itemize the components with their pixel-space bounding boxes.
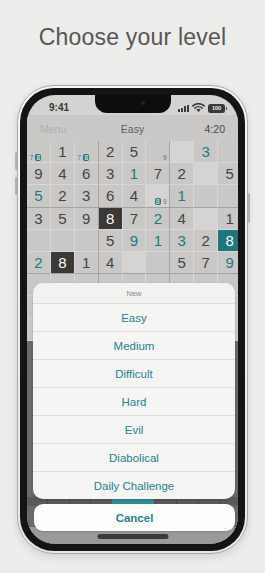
cell-r6c9[interactable]: 9 [218, 252, 238, 274]
pencil-marks: 78 [28, 142, 49, 161]
sheet-option-difficult[interactable]: Difficult [33, 360, 235, 388]
cell-r4c9[interactable]: 1 [218, 208, 238, 230]
action-sheet-options: EasyMediumDifficultHardEvilDiabolicalDai… [33, 304, 235, 499]
cell-r2c5[interactable]: 1 [123, 163, 147, 185]
cell-r1c9[interactable] [218, 141, 238, 163]
cell-r5c1[interactable] [27, 230, 51, 252]
cell-r4c1[interactable]: 3 [27, 208, 51, 230]
cell-r3c3[interactable]: 3 [75, 185, 99, 207]
notch [95, 95, 171, 113]
cell-r1c6[interactable]: 9 [146, 141, 170, 163]
cell-r4c8[interactable] [194, 208, 218, 230]
cell-r5c5[interactable]: 9 [123, 230, 147, 252]
cell-r3c7[interactable]: 1 [170, 185, 194, 207]
sheet-option-evil[interactable]: Evil [33, 416, 235, 444]
cell-r2c8[interactable] [194, 163, 218, 185]
cell-r5c6[interactable]: 1 [146, 230, 170, 252]
cell-r1c8[interactable]: 3 [194, 141, 218, 163]
cell-r1c3[interactable]: 78 [75, 141, 99, 163]
cell-r5c7[interactable]: 3 [170, 230, 194, 252]
cell-r5c9[interactable]: 8 [218, 230, 238, 252]
pencil-digit: 7 [28, 153, 35, 161]
cell-r2c7[interactable]: 2 [170, 163, 194, 185]
pencil-digit: 8 [83, 154, 89, 161]
cancel-button[interactable]: Cancel [34, 504, 235, 531]
cell-r6c1[interactable]: 2 [27, 252, 51, 274]
cell-r4c2[interactable]: 5 [51, 208, 75, 230]
cell-r4c5[interactable]: 7 [123, 208, 147, 230]
action-sheet-title: New [33, 283, 235, 304]
battery-icon: 100 [208, 104, 225, 113]
sheet-option-easy[interactable]: Easy [33, 304, 235, 332]
sheet-option-hard[interactable]: Hard [33, 388, 235, 416]
cell-r2c9[interactable]: 5 [218, 163, 238, 185]
sheet-option-medium[interactable]: Medium [33, 332, 235, 360]
wifi-icon [192, 103, 205, 113]
cell-r4c7[interactable]: 4 [170, 208, 194, 230]
cell-r3c6[interactable]: 89 [146, 185, 170, 207]
cell-r2c3[interactable]: 6 [75, 163, 99, 185]
cell-r1c5[interactable]: 5 [123, 141, 147, 163]
sheet-option-diabolical[interactable]: Diabolical [33, 444, 235, 472]
cell-r5c2[interactable] [51, 230, 75, 252]
cell-r6c6[interactable] [146, 252, 170, 274]
cell-r6c2[interactable]: 8 [51, 252, 75, 274]
pencil-marks: 78 [76, 142, 97, 161]
cell-r6c8[interactable]: 7 [194, 252, 218, 274]
cell-r6c5[interactable] [123, 252, 147, 274]
cell-r3c8[interactable] [194, 185, 218, 207]
phone-bezel: 9:41 100 Menu Easy 4:20 [20, 88, 245, 551]
pencil-marks: 89 [147, 186, 168, 205]
cellular-signal-icon [178, 104, 189, 112]
cell-r3c1[interactable]: 5 [27, 185, 51, 207]
cell-r1c2[interactable]: 1 [51, 141, 75, 163]
status-time: 9:41 [49, 102, 69, 113]
cell-r6c3[interactable]: 1 [75, 252, 99, 274]
cell-r2c6[interactable]: 7 [146, 163, 170, 185]
cell-r3c2[interactable]: 2 [51, 185, 75, 207]
cell-r3c5[interactable]: 4 [123, 185, 147, 207]
pencil-digit: 7 [76, 153, 83, 161]
cell-r5c3[interactable] [75, 230, 99, 252]
page-title: Choose your level [0, 24, 265, 51]
cell-r4c6[interactable]: 2 [146, 208, 170, 230]
pencil-digit: 8 [35, 154, 41, 161]
cell-r2c4[interactable]: 3 [99, 163, 123, 185]
cell-r1c1[interactable]: 78 [27, 141, 51, 163]
home-indicator[interactable] [97, 534, 168, 539]
game-timer: 4:20 [205, 123, 225, 135]
camera-icon [141, 101, 145, 105]
cell-r3c4[interactable]: 6 [99, 185, 123, 207]
cell-r4c3[interactable]: 9 [75, 208, 99, 230]
cell-r1c4[interactable]: 2 [99, 141, 123, 163]
cell-r4c4[interactable]: 8 [99, 208, 123, 230]
cell-r3c9[interactable] [218, 185, 238, 207]
phone-screen: 9:41 100 Menu Easy 4:20 [27, 95, 238, 544]
cell-r1c7[interactable] [170, 141, 194, 163]
pencil-marks: 9 [147, 142, 168, 161]
pencil-digit: 9 [161, 154, 168, 161]
cell-r6c7[interactable]: 5 [170, 252, 194, 274]
cell-r2c1[interactable]: 9 [27, 163, 51, 185]
level-action-sheet: New EasyMediumDifficultHardEvilDiabolica… [33, 283, 235, 499]
status-icons: 100 [178, 103, 225, 113]
cell-r2c2[interactable]: 4 [51, 163, 75, 185]
pencil-digit: 8 [155, 198, 161, 205]
cell-r5c8[interactable]: 2 [194, 230, 218, 252]
cell-r5c4[interactable]: 5 [99, 230, 123, 252]
iphone-mockup: 9:41 100 Menu Easy 4:20 [17, 85, 248, 554]
sheet-option-daily-challenge[interactable]: Daily Challenge [33, 472, 235, 499]
cell-r6c4[interactable]: 4 [99, 252, 123, 274]
pencil-digit: 9 [161, 198, 168, 206]
